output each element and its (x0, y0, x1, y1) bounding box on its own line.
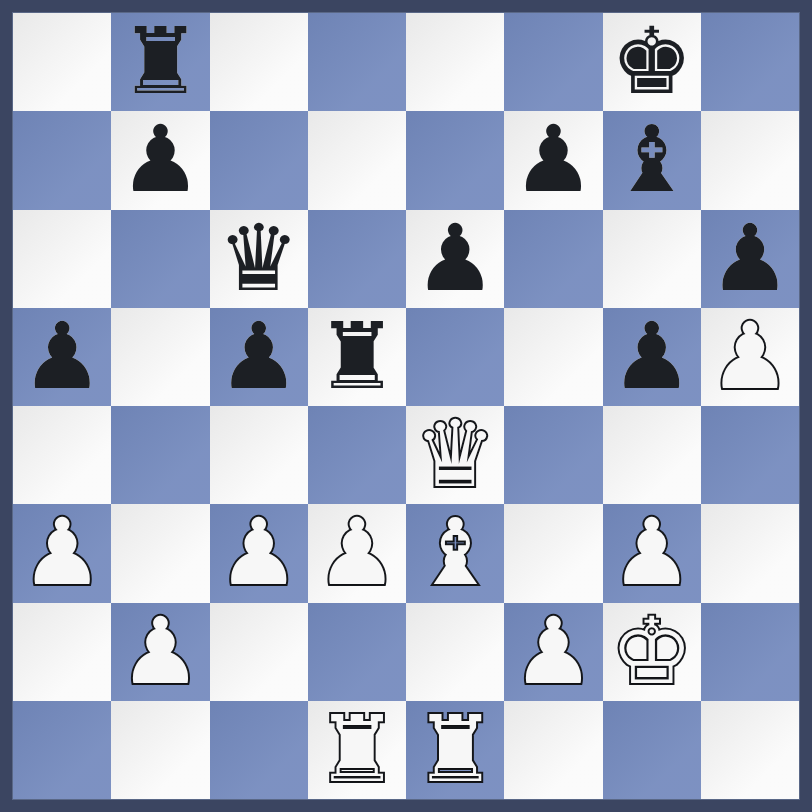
square-g1[interactable] (603, 701, 701, 799)
black-queen[interactable]: ♛♛ (210, 210, 308, 308)
black-king[interactable]: ♚♚ (603, 13, 701, 111)
white-pawn[interactable]: ♟ (603, 504, 701, 602)
chess-board-frame: ♜♜♚♚♟♟♟♟♝♝♛♛♟♟♟♟♟♟♟♟♜♜♟♟♟♛♟♟♟♝♟♟♟♚♜♜ (0, 0, 812, 812)
black-pawn[interactable]: ♟♟ (13, 308, 111, 406)
white-pawn[interactable]: ♟ (701, 308, 799, 406)
square-b6[interactable] (111, 210, 209, 308)
square-a3[interactable]: ♟ (13, 504, 111, 602)
square-f2[interactable]: ♟ (504, 603, 602, 701)
black-queen-icon: ♛ (210, 210, 308, 308)
square-h8[interactable] (701, 13, 799, 111)
square-f6[interactable] (504, 210, 602, 308)
black-pawn[interactable]: ♟♟ (111, 111, 209, 209)
white-pawn[interactable]: ♟ (210, 504, 308, 602)
black-pawn-icon: ♟ (603, 308, 701, 406)
square-d2[interactable] (308, 603, 406, 701)
square-e3[interactable]: ♝ (406, 504, 504, 602)
square-c3[interactable]: ♟ (210, 504, 308, 602)
square-e7[interactable] (406, 111, 504, 209)
square-f3[interactable] (504, 504, 602, 602)
square-c6[interactable]: ♛♛ (210, 210, 308, 308)
square-c7[interactable] (210, 111, 308, 209)
chess-board: ♜♜♚♚♟♟♟♟♝♝♛♛♟♟♟♟♟♟♟♟♜♜♟♟♟♛♟♟♟♝♟♟♟♚♜♜ (13, 13, 799, 799)
white-queen-icon: ♛ (406, 406, 504, 504)
square-c1[interactable] (210, 701, 308, 799)
black-king-icon: ♚ (603, 13, 701, 111)
square-d5[interactable]: ♜♜ (308, 308, 406, 406)
square-f5[interactable] (504, 308, 602, 406)
square-h1[interactable] (701, 701, 799, 799)
black-pawn-icon: ♟ (210, 308, 308, 406)
square-a1[interactable] (13, 701, 111, 799)
square-d4[interactable] (308, 406, 406, 504)
square-d6[interactable] (308, 210, 406, 308)
square-d3[interactable]: ♟ (308, 504, 406, 602)
white-rook-icon: ♜ (308, 701, 406, 799)
white-rook[interactable]: ♜ (406, 701, 504, 799)
square-a7[interactable] (13, 111, 111, 209)
square-b2[interactable]: ♟ (111, 603, 209, 701)
white-pawn-icon: ♟ (308, 504, 406, 602)
white-rook-icon: ♜ (406, 701, 504, 799)
black-rook[interactable]: ♜♜ (111, 13, 209, 111)
black-pawn[interactable]: ♟♟ (406, 210, 504, 308)
square-a8[interactable] (13, 13, 111, 111)
square-d8[interactable] (308, 13, 406, 111)
square-h4[interactable] (701, 406, 799, 504)
black-rook-icon: ♜ (308, 308, 406, 406)
black-pawn-icon: ♟ (111, 111, 209, 209)
square-b1[interactable] (111, 701, 209, 799)
black-pawn-icon: ♟ (13, 308, 111, 406)
square-a4[interactable] (13, 406, 111, 504)
square-e2[interactable] (406, 603, 504, 701)
white-pawn[interactable]: ♟ (504, 603, 602, 701)
square-c2[interactable] (210, 603, 308, 701)
square-f7[interactable]: ♟♟ (504, 111, 602, 209)
black-bishop-icon: ♝ (603, 111, 701, 209)
black-pawn[interactable]: ♟♟ (603, 308, 701, 406)
square-g2[interactable]: ♚ (603, 603, 701, 701)
square-e5[interactable] (406, 308, 504, 406)
white-king-icon: ♚ (603, 603, 701, 701)
white-pawn-icon: ♟ (701, 308, 799, 406)
white-pawn-icon: ♟ (210, 504, 308, 602)
black-rook[interactable]: ♜♜ (308, 308, 406, 406)
black-bishop[interactable]: ♝♝ (603, 111, 701, 209)
square-b7[interactable]: ♟♟ (111, 111, 209, 209)
square-a5[interactable]: ♟♟ (13, 308, 111, 406)
white-pawn-icon: ♟ (13, 504, 111, 602)
black-pawn[interactable]: ♟♟ (210, 308, 308, 406)
white-king[interactable]: ♚ (603, 603, 701, 701)
square-e1[interactable]: ♜ (406, 701, 504, 799)
black-rook-icon: ♜ (111, 13, 209, 111)
square-a6[interactable] (13, 210, 111, 308)
white-pawn-icon: ♟ (111, 603, 209, 701)
square-e8[interactable] (406, 13, 504, 111)
square-g7[interactable]: ♝♝ (603, 111, 701, 209)
square-g3[interactable]: ♟ (603, 504, 701, 602)
white-bishop[interactable]: ♝ (406, 504, 504, 602)
square-h2[interactable] (701, 603, 799, 701)
white-queen[interactable]: ♛ (406, 406, 504, 504)
black-pawn[interactable]: ♟♟ (701, 210, 799, 308)
square-h3[interactable] (701, 504, 799, 602)
square-h7[interactable] (701, 111, 799, 209)
square-b5[interactable] (111, 308, 209, 406)
square-h6[interactable]: ♟♟ (701, 210, 799, 308)
square-e4[interactable]: ♛ (406, 406, 504, 504)
white-pawn-icon: ♟ (504, 603, 602, 701)
square-f4[interactable] (504, 406, 602, 504)
square-b3[interactable] (111, 504, 209, 602)
square-g4[interactable] (603, 406, 701, 504)
square-b4[interactable] (111, 406, 209, 504)
square-h5[interactable]: ♟ (701, 308, 799, 406)
white-rook[interactable]: ♜ (308, 701, 406, 799)
black-pawn-icon: ♟ (504, 111, 602, 209)
square-f1[interactable] (504, 701, 602, 799)
square-g5[interactable]: ♟♟ (603, 308, 701, 406)
white-pawn-icon: ♟ (603, 504, 701, 602)
black-pawn[interactable]: ♟♟ (504, 111, 602, 209)
square-c4[interactable] (210, 406, 308, 504)
square-f8[interactable] (504, 13, 602, 111)
white-bishop-icon: ♝ (406, 504, 504, 602)
square-g8[interactable]: ♚♚ (603, 13, 701, 111)
square-g6[interactable] (603, 210, 701, 308)
square-d7[interactable] (308, 111, 406, 209)
white-pawn[interactable]: ♟ (308, 504, 406, 602)
white-pawn[interactable]: ♟ (13, 504, 111, 602)
square-c5[interactable]: ♟♟ (210, 308, 308, 406)
white-pawn[interactable]: ♟ (111, 603, 209, 701)
square-a2[interactable] (13, 603, 111, 701)
black-pawn-icon: ♟ (701, 210, 799, 308)
square-b8[interactable]: ♜♜ (111, 13, 209, 111)
square-d1[interactable]: ♜ (308, 701, 406, 799)
square-e6[interactable]: ♟♟ (406, 210, 504, 308)
black-pawn-icon: ♟ (406, 210, 504, 308)
square-c8[interactable] (210, 13, 308, 111)
